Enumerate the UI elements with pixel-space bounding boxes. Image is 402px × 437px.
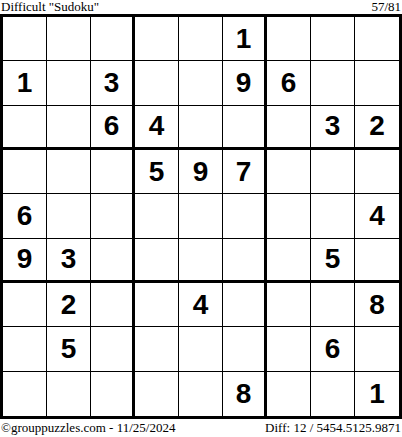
difficulty-rating: Diff: 12 / 5454.5125.9871 bbox=[265, 419, 401, 437]
cell-r3c7[interactable] bbox=[267, 106, 311, 150]
cell-r4c8[interactable] bbox=[311, 150, 355, 194]
cell-r8c6[interactable] bbox=[223, 327, 267, 371]
cell-r8c5[interactable] bbox=[179, 327, 223, 371]
cell-r4c7[interactable] bbox=[267, 150, 311, 194]
cell-r9c4[interactable] bbox=[135, 372, 179, 416]
cell-r6c8: 5 bbox=[311, 239, 355, 283]
cell-r4c3[interactable] bbox=[91, 150, 135, 194]
cell-r9c8[interactable] bbox=[311, 372, 355, 416]
cell-r4c4: 5 bbox=[135, 150, 179, 194]
cell-r7c3[interactable] bbox=[91, 283, 135, 327]
cell-r3c8: 3 bbox=[311, 106, 355, 150]
cell-r4c6: 7 bbox=[223, 150, 267, 194]
cell-r3c5[interactable] bbox=[179, 106, 223, 150]
cell-r7c4[interactable] bbox=[135, 283, 179, 327]
cell-r5c6[interactable] bbox=[223, 194, 267, 238]
cell-r1c6: 1 bbox=[223, 17, 267, 61]
sudoku-page: Difficult "Sudoku" 57/81 113966432597649… bbox=[0, 0, 402, 437]
cell-r2c3: 3 bbox=[91, 61, 135, 105]
cell-r2c6: 9 bbox=[223, 61, 267, 105]
cell-r5c4[interactable] bbox=[135, 194, 179, 238]
cell-r1c1[interactable] bbox=[3, 17, 47, 61]
cell-r8c8: 6 bbox=[311, 327, 355, 371]
puzzle-title: Difficult "Sudoku" bbox=[1, 0, 99, 14]
cell-r7c9: 8 bbox=[355, 283, 399, 327]
cell-r6c1: 9 bbox=[3, 239, 47, 283]
cell-r4c5: 9 bbox=[179, 150, 223, 194]
cell-r2c2[interactable] bbox=[47, 61, 91, 105]
cell-r2c5[interactable] bbox=[179, 61, 223, 105]
cell-r3c3: 6 bbox=[91, 106, 135, 150]
cell-r6c9[interactable] bbox=[355, 239, 399, 283]
cell-r5c8[interactable] bbox=[311, 194, 355, 238]
cell-r7c8[interactable] bbox=[311, 283, 355, 327]
cell-r9c9: 1 bbox=[355, 372, 399, 416]
cell-r2c4[interactable] bbox=[135, 61, 179, 105]
cell-r3c4: 4 bbox=[135, 106, 179, 150]
cell-r8c4[interactable] bbox=[135, 327, 179, 371]
copyright-date: ©grouppuzzles.com - 11/25/2024 bbox=[1, 419, 175, 437]
cell-r5c1: 6 bbox=[3, 194, 47, 238]
cell-r2c9[interactable] bbox=[355, 61, 399, 105]
cell-r6c2: 3 bbox=[47, 239, 91, 283]
cell-r7c1[interactable] bbox=[3, 283, 47, 327]
cell-r6c5[interactable] bbox=[179, 239, 223, 283]
cell-r7c7[interactable] bbox=[267, 283, 311, 327]
cell-r3c9: 2 bbox=[355, 106, 399, 150]
cell-r8c3[interactable] bbox=[91, 327, 135, 371]
cell-r4c9[interactable] bbox=[355, 150, 399, 194]
cell-r9c6: 8 bbox=[223, 372, 267, 416]
cell-r9c7[interactable] bbox=[267, 372, 311, 416]
cell-r2c7: 6 bbox=[267, 61, 311, 105]
cell-r3c6[interactable] bbox=[223, 106, 267, 150]
cell-r1c2[interactable] bbox=[47, 17, 91, 61]
cell-r1c9[interactable] bbox=[355, 17, 399, 61]
cell-r6c4[interactable] bbox=[135, 239, 179, 283]
cell-r9c1[interactable] bbox=[3, 372, 47, 416]
empty-cell-counter: 57/81 bbox=[371, 0, 401, 14]
cell-r7c6[interactable] bbox=[223, 283, 267, 327]
cell-r8c9[interactable] bbox=[355, 327, 399, 371]
cell-r2c8[interactable] bbox=[311, 61, 355, 105]
cell-r1c5[interactable] bbox=[179, 17, 223, 61]
cell-r9c5[interactable] bbox=[179, 372, 223, 416]
cell-r7c2: 2 bbox=[47, 283, 91, 327]
cell-r6c7[interactable] bbox=[267, 239, 311, 283]
header: Difficult "Sudoku" 57/81 bbox=[0, 0, 402, 14]
cell-r7c5: 4 bbox=[179, 283, 223, 327]
cell-r8c7[interactable] bbox=[267, 327, 311, 371]
cell-r2c1: 1 bbox=[3, 61, 47, 105]
cell-r5c3[interactable] bbox=[91, 194, 135, 238]
cell-r5c9: 4 bbox=[355, 194, 399, 238]
cell-r1c4[interactable] bbox=[135, 17, 179, 61]
cell-r1c8[interactable] bbox=[311, 17, 355, 61]
cell-r5c7[interactable] bbox=[267, 194, 311, 238]
cell-r3c1[interactable] bbox=[3, 106, 47, 150]
cell-r4c2[interactable] bbox=[47, 150, 91, 194]
cell-r6c6[interactable] bbox=[223, 239, 267, 283]
cell-r6c3[interactable] bbox=[91, 239, 135, 283]
cell-r9c2[interactable] bbox=[47, 372, 91, 416]
cell-r3c2[interactable] bbox=[47, 106, 91, 150]
cell-r8c1[interactable] bbox=[3, 327, 47, 371]
cell-r4c1[interactable] bbox=[3, 150, 47, 194]
cell-r5c2[interactable] bbox=[47, 194, 91, 238]
cell-r1c3[interactable] bbox=[91, 17, 135, 61]
footer: ©grouppuzzles.com - 11/25/2024 Diff: 12 … bbox=[0, 419, 402, 437]
cell-r5c5[interactable] bbox=[179, 194, 223, 238]
cell-r1c7[interactable] bbox=[267, 17, 311, 61]
cell-r8c2: 5 bbox=[47, 327, 91, 371]
sudoku-board: 113966432597649352485681 bbox=[0, 14, 402, 419]
cell-r9c3[interactable] bbox=[91, 372, 135, 416]
